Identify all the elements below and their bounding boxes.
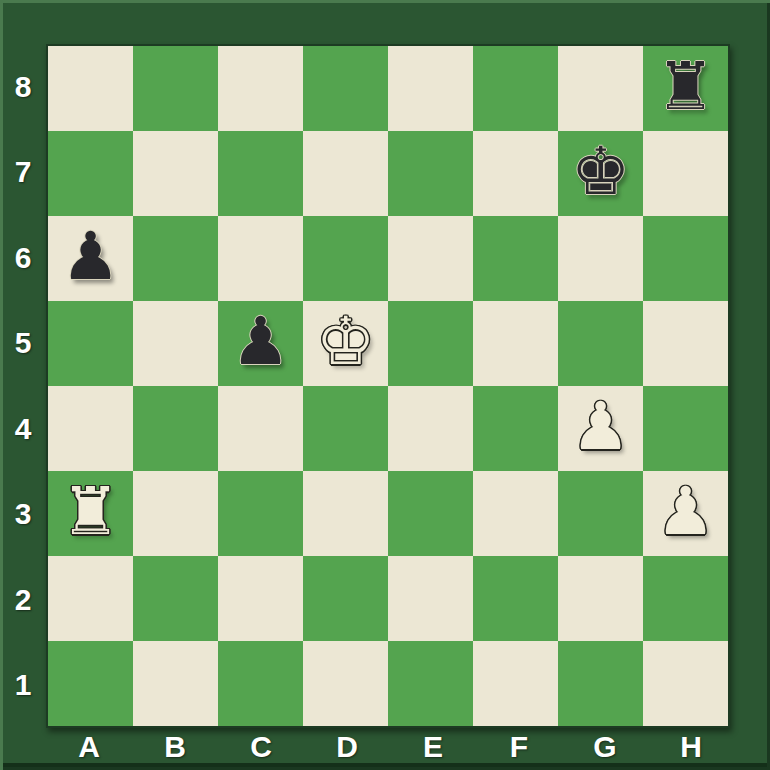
square-c4[interactable] xyxy=(218,386,303,471)
square-e3[interactable] xyxy=(388,471,473,556)
square-c8[interactable] xyxy=(218,46,303,131)
square-f1[interactable] xyxy=(473,641,558,726)
piece-black-rook-h8[interactable]: ♜ xyxy=(656,54,715,120)
square-g5[interactable] xyxy=(558,301,643,386)
square-e7[interactable] xyxy=(388,131,473,216)
square-h2[interactable] xyxy=(643,556,728,641)
square-g7[interactable]: ♚ xyxy=(558,131,643,216)
square-e5[interactable] xyxy=(388,301,473,386)
square-g6[interactable] xyxy=(558,216,643,301)
square-h4[interactable] xyxy=(643,386,728,471)
square-d3[interactable] xyxy=(303,471,388,556)
piece-black-king-g7[interactable]: ♚ xyxy=(571,139,630,205)
square-d8[interactable] xyxy=(303,46,388,131)
piece-white-king-d5[interactable]: ♚ xyxy=(316,309,375,375)
square-c7[interactable] xyxy=(218,131,303,216)
square-d6[interactable] xyxy=(303,216,388,301)
square-f6[interactable] xyxy=(473,216,558,301)
square-f7[interactable] xyxy=(473,131,558,216)
file-label-c: C xyxy=(218,730,304,764)
square-g3[interactable] xyxy=(558,471,643,556)
square-g8[interactable] xyxy=(558,46,643,131)
square-e1[interactable] xyxy=(388,641,473,726)
square-f2[interactable] xyxy=(473,556,558,641)
square-d4[interactable] xyxy=(303,386,388,471)
square-d2[interactable] xyxy=(303,556,388,641)
square-e4[interactable] xyxy=(388,386,473,471)
square-c3[interactable] xyxy=(218,471,303,556)
piece-white-pawn-g4[interactable]: ♟ xyxy=(571,394,630,460)
square-a6[interactable]: ♟ xyxy=(48,216,133,301)
square-b4[interactable] xyxy=(133,386,218,471)
square-b8[interactable] xyxy=(133,46,218,131)
square-h8[interactable]: ♜ xyxy=(643,46,728,131)
square-g4[interactable]: ♟ xyxy=(558,386,643,471)
square-e2[interactable] xyxy=(388,556,473,641)
square-a3[interactable]: ♜ xyxy=(48,471,133,556)
rank-label-5: 5 xyxy=(0,301,46,387)
file-label-g: G xyxy=(562,730,648,764)
square-h6[interactable] xyxy=(643,216,728,301)
rank-label-7: 7 xyxy=(0,130,46,216)
file-label-a: A xyxy=(46,730,132,764)
square-g2[interactable] xyxy=(558,556,643,641)
square-f3[interactable] xyxy=(473,471,558,556)
rank-label-1: 1 xyxy=(0,643,46,729)
piece-black-pawn-a6[interactable]: ♟ xyxy=(61,224,120,290)
file-labels: ABCDEFGH xyxy=(46,730,734,764)
file-label-h: H xyxy=(648,730,734,764)
square-g1[interactable] xyxy=(558,641,643,726)
square-a7[interactable] xyxy=(48,131,133,216)
rank-labels: 87654321 xyxy=(0,44,46,728)
rank-label-3: 3 xyxy=(0,472,46,558)
square-b5[interactable] xyxy=(133,301,218,386)
file-label-e: E xyxy=(390,730,476,764)
rank-label-6: 6 xyxy=(0,215,46,301)
file-label-f: F xyxy=(476,730,562,764)
rank-label-2: 2 xyxy=(0,557,46,643)
square-c1[interactable] xyxy=(218,641,303,726)
chessboard-frame: 87654321 ♜♚♟♟♚♟♜♟ ABCDEFGH xyxy=(0,0,770,770)
piece-white-rook-a3[interactable]: ♜ xyxy=(61,479,120,545)
square-a8[interactable] xyxy=(48,46,133,131)
square-e8[interactable] xyxy=(388,46,473,131)
chessboard: ♜♚♟♟♚♟♜♟ xyxy=(46,44,730,728)
piece-black-pawn-c5[interactable]: ♟ xyxy=(231,309,290,375)
square-h7[interactable] xyxy=(643,131,728,216)
square-h1[interactable] xyxy=(643,641,728,726)
square-c2[interactable] xyxy=(218,556,303,641)
square-d5[interactable]: ♚ xyxy=(303,301,388,386)
square-b2[interactable] xyxy=(133,556,218,641)
rank-label-4: 4 xyxy=(0,386,46,472)
square-h3[interactable]: ♟ xyxy=(643,471,728,556)
square-f4[interactable] xyxy=(473,386,558,471)
square-b7[interactable] xyxy=(133,131,218,216)
square-d1[interactable] xyxy=(303,641,388,726)
square-a1[interactable] xyxy=(48,641,133,726)
piece-white-pawn-h3[interactable]: ♟ xyxy=(656,479,715,545)
square-b1[interactable] xyxy=(133,641,218,726)
square-a5[interactable] xyxy=(48,301,133,386)
square-h5[interactable] xyxy=(643,301,728,386)
square-f5[interactable] xyxy=(473,301,558,386)
square-d7[interactable] xyxy=(303,131,388,216)
square-c5[interactable]: ♟ xyxy=(218,301,303,386)
file-label-d: D xyxy=(304,730,390,764)
file-label-b: B xyxy=(132,730,218,764)
square-b3[interactable] xyxy=(133,471,218,556)
square-a4[interactable] xyxy=(48,386,133,471)
square-f8[interactable] xyxy=(473,46,558,131)
square-e6[interactable] xyxy=(388,216,473,301)
rank-label-8: 8 xyxy=(0,44,46,130)
square-a2[interactable] xyxy=(48,556,133,641)
square-b6[interactable] xyxy=(133,216,218,301)
square-c6[interactable] xyxy=(218,216,303,301)
